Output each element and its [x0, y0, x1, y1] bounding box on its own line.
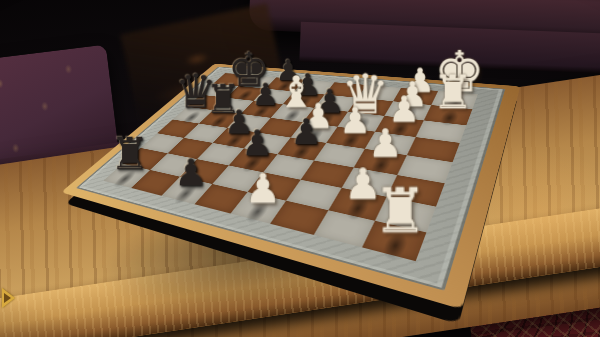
white-rook-a1[interactable]: ♜: [362, 180, 440, 241]
board-tilt-wrapper: ♚♛♜♜♝♟♟♟♟♟♟♟♟♚♛♜♜♟♟♟♟♟♟♟♟: [0, 0, 600, 337]
chess-board[interactable]: ♚♛♜♜♝♟♟♟♟♟♟♟♟♚♛♜♜♟♟♟♟♟♟♟♟: [103, 73, 478, 261]
black-pawn-a6[interactable]: ♟: [160, 154, 221, 191]
chess-3d-scene: ♚♛♜♜♝♟♟♟♟♟♟♟♟♚♛♜♜♟♟♟♟♟♟♟♟: [0, 0, 600, 337]
white-pawn-d2[interactable]: ♟: [353, 123, 417, 162]
nav-arrow-icon[interactable]: [0, 286, 18, 310]
perspective-scene: ♚♛♜♜♝♟♟♟♟♟♟♟♟♚♛♜♜♟♟♟♟♟♟♟♟: [0, 0, 600, 337]
black-rook-a8[interactable]: ♜: [102, 132, 158, 176]
white-pawn-a4[interactable]: ♟: [230, 168, 297, 209]
arrow-triangle-inner: [4, 293, 11, 303]
black-pawn-d4[interactable]: ♟: [277, 114, 336, 150]
